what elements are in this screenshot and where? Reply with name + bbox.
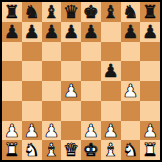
piece-black-pawn[interactable]: ♟: [43, 22, 59, 41]
square-a7[interactable]: ♟: [2, 22, 22, 42]
square-f3[interactable]: [101, 101, 121, 121]
square-f5[interactable]: ♟: [101, 61, 121, 81]
piece-white-pawn[interactable]: ♟: [142, 121, 158, 140]
piece-black-pawn[interactable]: ♟: [24, 22, 40, 41]
square-d1[interactable]: ♛: [61, 140, 81, 160]
piece-white-bishop[interactable]: ♝: [43, 140, 59, 159]
square-h2[interactable]: ♟: [140, 121, 160, 141]
square-h6[interactable]: [140, 42, 160, 62]
square-h3[interactable]: [140, 101, 160, 121]
piece-white-queen[interactable]: ♛: [63, 140, 79, 159]
square-g3[interactable]: [121, 101, 141, 121]
square-e4[interactable]: [81, 81, 101, 101]
square-f1[interactable]: ♝: [101, 140, 121, 160]
square-a8[interactable]: ♜: [2, 2, 22, 22]
piece-white-pawn[interactable]: ♟: [122, 81, 138, 100]
piece-white-bishop[interactable]: ♝: [103, 140, 119, 159]
square-f4[interactable]: [101, 81, 121, 101]
piece-white-rook[interactable]: ♜: [142, 140, 158, 159]
piece-black-rook[interactable]: ♜: [4, 2, 20, 21]
piece-black-knight[interactable]: ♞: [24, 2, 40, 21]
square-f8[interactable]: ♝: [101, 2, 121, 22]
square-f7[interactable]: [101, 22, 121, 42]
piece-black-pawn[interactable]: ♟: [122, 22, 138, 41]
square-h5[interactable]: [140, 61, 160, 81]
piece-white-pawn[interactable]: ♟: [63, 81, 79, 100]
piece-black-pawn[interactable]: ♟: [103, 61, 119, 80]
square-h4[interactable]: [140, 81, 160, 101]
square-c2[interactable]: ♟: [42, 121, 62, 141]
square-d3[interactable]: [61, 101, 81, 121]
square-a3[interactable]: [2, 101, 22, 121]
square-h8[interactable]: ♜: [140, 2, 160, 22]
square-g2[interactable]: [121, 121, 141, 141]
square-a2[interactable]: ♟: [2, 121, 22, 141]
square-b5[interactable]: [22, 61, 42, 81]
square-b1[interactable]: ♞: [22, 140, 42, 160]
square-c5[interactable]: [42, 61, 62, 81]
square-f2[interactable]: ♟: [101, 121, 121, 141]
square-b2[interactable]: ♟: [22, 121, 42, 141]
piece-white-pawn[interactable]: ♟: [24, 121, 40, 140]
square-c8[interactable]: ♝: [42, 2, 62, 22]
piece-black-knight[interactable]: ♞: [122, 2, 138, 21]
square-a6[interactable]: [2, 42, 22, 62]
piece-white-pawn[interactable]: ♟: [43, 121, 59, 140]
piece-black-pawn[interactable]: ♟: [63, 22, 79, 41]
square-e7[interactable]: ♟: [81, 22, 101, 42]
square-h7[interactable]: ♟: [140, 22, 160, 42]
square-a4[interactable]: [2, 81, 22, 101]
square-a5[interactable]: [2, 61, 22, 81]
piece-white-rook[interactable]: ♜: [4, 140, 20, 159]
square-b6[interactable]: [22, 42, 42, 62]
square-g7[interactable]: ♟: [121, 22, 141, 42]
piece-white-pawn[interactable]: ♟: [83, 121, 99, 140]
square-d2[interactable]: [61, 121, 81, 141]
square-h1[interactable]: ♜: [140, 140, 160, 160]
square-a1[interactable]: ♜: [2, 140, 22, 160]
square-b4[interactable]: [22, 81, 42, 101]
piece-black-king[interactable]: ♚: [83, 2, 99, 21]
square-b3[interactable]: [22, 101, 42, 121]
piece-black-rook[interactable]: ♜: [142, 2, 158, 21]
square-c3[interactable]: [42, 101, 62, 121]
square-d7[interactable]: ♟: [61, 22, 81, 42]
piece-black-queen[interactable]: ♛: [63, 2, 79, 21]
chess-board: ♜♞♝♛♚♝♞♜♟♟♟♟♟♟♟♟♟♟♟♟♟♟♟♟♜♞♝♛♚♝♞♜: [2, 2, 160, 160]
square-c1[interactable]: ♝: [42, 140, 62, 160]
piece-white-knight[interactable]: ♞: [122, 140, 138, 159]
square-e5[interactable]: [81, 61, 101, 81]
piece-black-pawn[interactable]: ♟: [142, 22, 158, 41]
piece-white-king[interactable]: ♚: [83, 140, 99, 159]
square-g1[interactable]: ♞: [121, 140, 141, 160]
square-g6[interactable]: [121, 42, 141, 62]
piece-white-pawn[interactable]: ♟: [4, 121, 20, 140]
square-d8[interactable]: ♛: [61, 2, 81, 22]
square-g4[interactable]: ♟: [121, 81, 141, 101]
square-g8[interactable]: ♞: [121, 2, 141, 22]
square-e6[interactable]: [81, 42, 101, 62]
piece-black-pawn[interactable]: ♟: [83, 22, 99, 41]
square-e1[interactable]: ♚: [81, 140, 101, 160]
square-f6[interactable]: [101, 42, 121, 62]
square-d5[interactable]: [61, 61, 81, 81]
square-b7[interactable]: ♟: [22, 22, 42, 42]
chess-board-frame: ♜♞♝♛♚♝♞♜♟♟♟♟♟♟♟♟♟♟♟♟♟♟♟♟♜♞♝♛♚♝♞♜: [0, 0, 162, 162]
square-d6[interactable]: [61, 42, 81, 62]
square-e3[interactable]: [81, 101, 101, 121]
square-b8[interactable]: ♞: [22, 2, 42, 22]
piece-black-bishop[interactable]: ♝: [43, 2, 59, 21]
piece-white-knight[interactable]: ♞: [24, 140, 40, 159]
square-c6[interactable]: [42, 42, 62, 62]
piece-black-pawn[interactable]: ♟: [4, 22, 20, 41]
piece-black-bishop[interactable]: ♝: [103, 2, 119, 21]
piece-white-pawn[interactable]: ♟: [103, 121, 119, 140]
square-e2[interactable]: ♟: [81, 121, 101, 141]
square-e8[interactable]: ♚: [81, 2, 101, 22]
square-g5[interactable]: [121, 61, 141, 81]
square-d4[interactable]: ♟: [61, 81, 81, 101]
square-c4[interactable]: [42, 81, 62, 101]
square-c7[interactable]: ♟: [42, 22, 62, 42]
